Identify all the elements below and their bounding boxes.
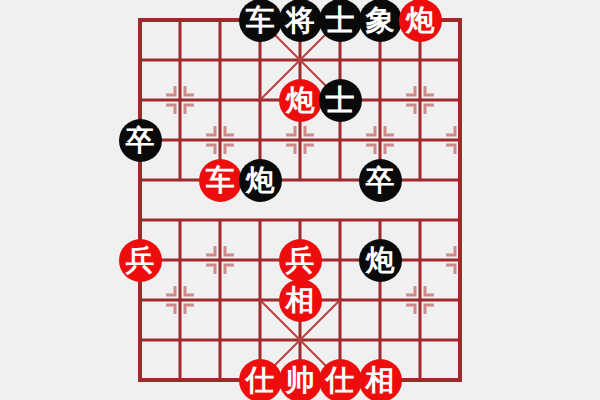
piece-red-advisor[interactable]: 仕 <box>319 359 362 400</box>
piece-red-chariot[interactable]: 车 <box>199 159 242 202</box>
piece-red-elephant[interactable]: 相 <box>279 279 322 322</box>
piece-black-elephant[interactable]: 象 <box>359 0 402 42</box>
piece-red-cannon[interactable]: 炮 <box>279 79 322 122</box>
piece-black-cannon[interactable]: 炮 <box>239 159 282 202</box>
piece-black-soldier[interactable]: 卒 <box>119 119 162 162</box>
piece-black-advisor[interactable]: 士 <box>319 0 362 42</box>
board-grid <box>0 0 600 400</box>
piece-red-elephant[interactable]: 相 <box>359 359 402 400</box>
piece-red-advisor[interactable]: 仕 <box>239 359 282 400</box>
piece-red-general[interactable]: 帅 <box>279 359 322 400</box>
piece-red-soldier[interactable]: 兵 <box>279 239 322 282</box>
piece-red-cannon[interactable]: 炮 <box>399 0 442 42</box>
piece-black-advisor[interactable]: 士 <box>319 79 362 122</box>
piece-black-cannon[interactable]: 炮 <box>359 239 402 282</box>
xiangqi-board: 车将士象炮炮士卒车炮卒兵兵炮相仕帅仕相 <box>0 0 600 400</box>
piece-black-general[interactable]: 将 <box>279 0 322 42</box>
piece-black-chariot[interactable]: 车 <box>239 0 282 42</box>
piece-red-soldier[interactable]: 兵 <box>119 239 162 282</box>
piece-black-soldier[interactable]: 卒 <box>359 159 402 202</box>
